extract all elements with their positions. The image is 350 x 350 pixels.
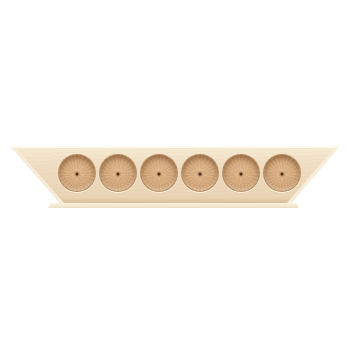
- pit-cell-6: [261, 152, 302, 193]
- drill-center-mark-icon: [280, 172, 283, 175]
- drill-center-mark-icon: [116, 172, 119, 175]
- pit-cell-4: [179, 152, 220, 193]
- mancala-pit-2[interactable]: [99, 154, 137, 192]
- mancala-pit-6[interactable]: [263, 154, 301, 192]
- board-face: [10, 146, 340, 203]
- mancala-pit-1[interactable]: [58, 154, 96, 192]
- drill-center-mark-icon: [75, 172, 78, 175]
- pit-cell-1: [56, 152, 97, 193]
- drill-center-mark-icon: [198, 172, 201, 175]
- mancala-board: [10, 146, 340, 210]
- mancala-pit-5[interactable]: [222, 154, 260, 192]
- mancala-pit-4[interactable]: [181, 154, 219, 192]
- board-front-edge: [10, 203, 340, 209]
- pit-cell-5: [220, 152, 261, 193]
- mancala-pit-3[interactable]: [140, 154, 178, 192]
- product-photo-canvas: [0, 0, 350, 350]
- drill-center-mark-icon: [239, 172, 242, 175]
- pit-grid: [56, 152, 302, 193]
- pit-cell-3: [138, 152, 179, 193]
- pit-cell-2: [97, 152, 138, 193]
- board-top-bevel: [10, 146, 340, 148]
- drill-center-mark-icon: [157, 172, 160, 175]
